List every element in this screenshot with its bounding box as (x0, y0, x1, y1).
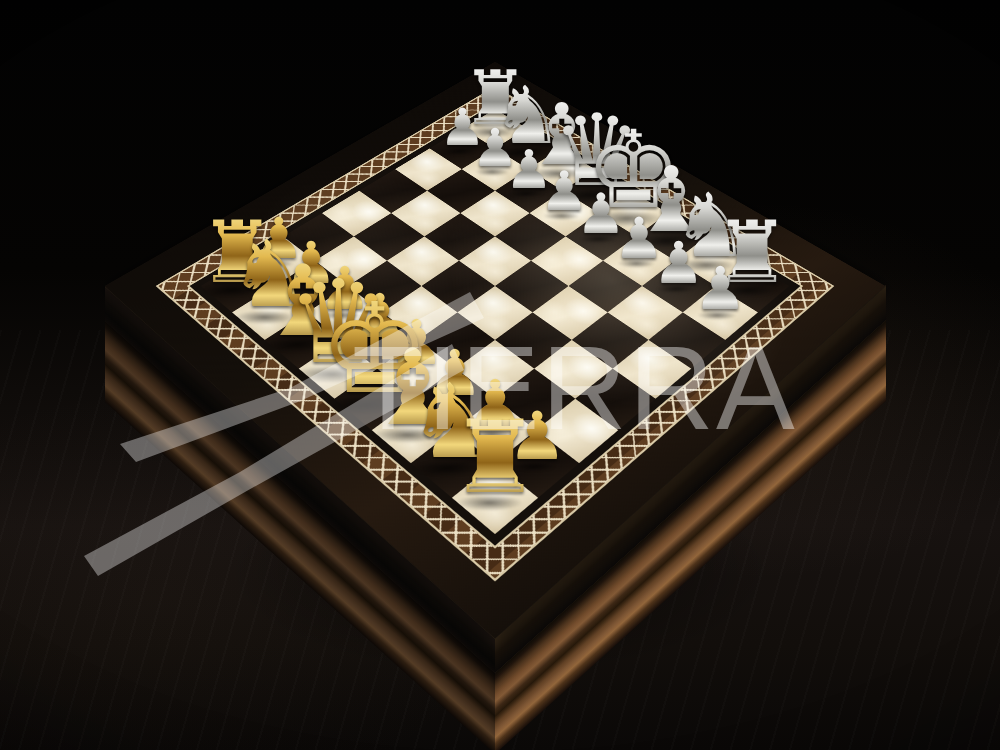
scene-photo: ♜♞♝♛♚♝♞♜♟♟♟♟♟♟♟♟♟♟♟♟♟♟♟♟♜♞♝♛♚♝♞♜ TIERRA (0, 0, 1000, 750)
